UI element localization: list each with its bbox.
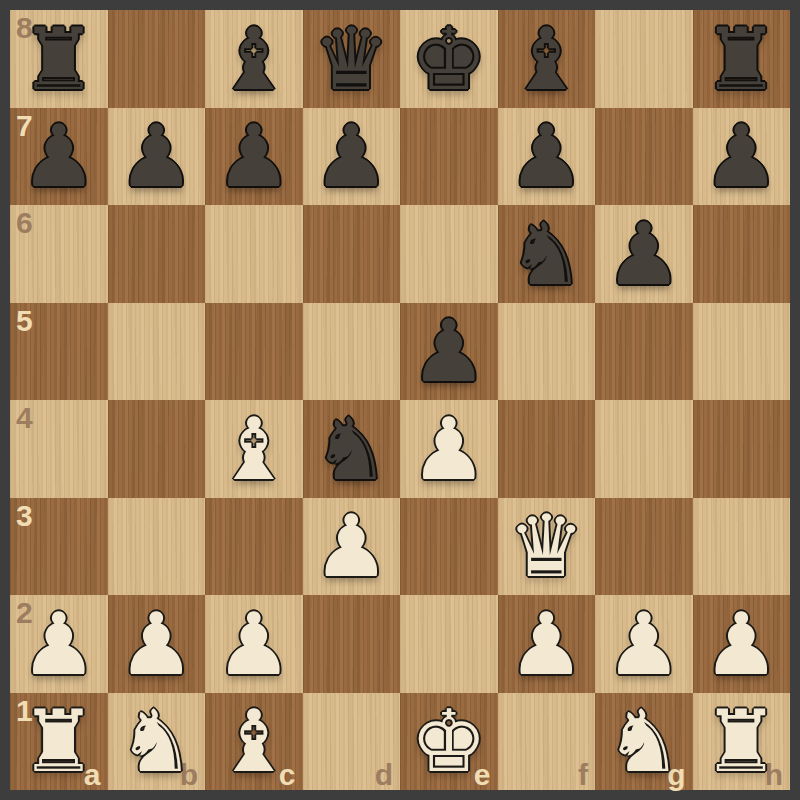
square-g4[interactable]	[595, 400, 693, 498]
black-pawn-piece[interactable]: ♟	[498, 108, 596, 206]
square-b4[interactable]	[108, 400, 206, 498]
square-h4[interactable]	[693, 400, 791, 498]
white-pawn-piece[interactable]: ♟	[595, 595, 693, 693]
square-g1[interactable]: g♞	[595, 693, 693, 791]
white-rook-piece[interactable]: ♜	[693, 693, 791, 791]
square-c6[interactable]	[205, 205, 303, 303]
square-h6[interactable]	[693, 205, 791, 303]
square-c2[interactable]: ♟	[205, 595, 303, 693]
square-f4[interactable]	[498, 400, 596, 498]
square-b5[interactable]	[108, 303, 206, 401]
square-a7[interactable]: 7♟	[10, 108, 108, 206]
black-knight-piece[interactable]: ♞	[303, 400, 401, 498]
file-label-f: f	[578, 759, 588, 791]
white-bishop-piece[interactable]: ♝	[205, 400, 303, 498]
square-g6[interactable]: ♟	[595, 205, 693, 303]
square-e5[interactable]: ♟	[400, 303, 498, 401]
black-knight-piece[interactable]: ♞	[498, 205, 596, 303]
black-king-piece[interactable]: ♚	[400, 10, 498, 108]
black-pawn-piece[interactable]: ♟	[693, 108, 791, 206]
square-g5[interactable]	[595, 303, 693, 401]
square-g7[interactable]	[595, 108, 693, 206]
square-g2[interactable]: ♟	[595, 595, 693, 693]
square-c5[interactable]	[205, 303, 303, 401]
square-e3[interactable]	[400, 498, 498, 596]
square-d7[interactable]: ♟	[303, 108, 401, 206]
board-frame: 8♜♝♛♚♝♜7♟♟♟♟♟♟6♞♟5♟4♝♞♟3♟♛2♟♟♟♟♟♟1a♜b♞c♝…	[0, 0, 800, 800]
square-c4[interactable]: ♝	[205, 400, 303, 498]
chess-board: 8♜♝♛♚♝♜7♟♟♟♟♟♟6♞♟5♟4♝♞♟3♟♛2♟♟♟♟♟♟1a♜b♞c♝…	[10, 10, 790, 790]
file-label-d: d	[375, 759, 393, 791]
square-f1[interactable]: f	[498, 693, 596, 791]
black-pawn-piece[interactable]: ♟	[595, 205, 693, 303]
rank-label-4: 4	[16, 401, 33, 434]
white-queen-piece[interactable]: ♛	[498, 498, 596, 596]
square-b1[interactable]: b♞	[108, 693, 206, 791]
square-d3[interactable]: ♟	[303, 498, 401, 596]
square-f7[interactable]: ♟	[498, 108, 596, 206]
square-e4[interactable]: ♟	[400, 400, 498, 498]
square-d8[interactable]: ♛	[303, 10, 401, 108]
square-f5[interactable]	[498, 303, 596, 401]
square-g3[interactable]	[595, 498, 693, 596]
square-h8[interactable]: ♜	[693, 10, 791, 108]
white-pawn-piece[interactable]: ♟	[400, 400, 498, 498]
black-queen-piece[interactable]: ♛	[303, 10, 401, 108]
rank-label-6: 6	[16, 206, 33, 239]
square-c8[interactable]: ♝	[205, 10, 303, 108]
square-f3[interactable]: ♛	[498, 498, 596, 596]
square-e8[interactable]: ♚	[400, 10, 498, 108]
black-bishop-piece[interactable]: ♝	[498, 10, 596, 108]
square-b6[interactable]	[108, 205, 206, 303]
square-a2[interactable]: 2♟	[10, 595, 108, 693]
white-pawn-piece[interactable]: ♟	[303, 498, 401, 596]
square-d6[interactable]	[303, 205, 401, 303]
black-rook-piece[interactable]: ♜	[10, 10, 108, 108]
black-pawn-piece[interactable]: ♟	[400, 303, 498, 401]
square-a4[interactable]: 4	[10, 400, 108, 498]
rank-label-5: 5	[16, 304, 33, 337]
white-pawn-piece[interactable]: ♟	[108, 595, 206, 693]
black-pawn-piece[interactable]: ♟	[205, 108, 303, 206]
white-pawn-piece[interactable]: ♟	[10, 595, 108, 693]
square-a8[interactable]: 8♜	[10, 10, 108, 108]
square-f6[interactable]: ♞	[498, 205, 596, 303]
square-e1[interactable]: e♚	[400, 693, 498, 791]
white-pawn-piece[interactable]: ♟	[205, 595, 303, 693]
square-h5[interactable]	[693, 303, 791, 401]
square-d1[interactable]: d	[303, 693, 401, 791]
square-d5[interactable]	[303, 303, 401, 401]
square-e7[interactable]	[400, 108, 498, 206]
square-c1[interactable]: c♝	[205, 693, 303, 791]
square-g8[interactable]	[595, 10, 693, 108]
black-pawn-piece[interactable]: ♟	[10, 108, 108, 206]
black-pawn-piece[interactable]: ♟	[108, 108, 206, 206]
square-b3[interactable]	[108, 498, 206, 596]
square-h7[interactable]: ♟	[693, 108, 791, 206]
square-h3[interactable]	[693, 498, 791, 596]
white-pawn-piece[interactable]: ♟	[498, 595, 596, 693]
square-a5[interactable]: 5	[10, 303, 108, 401]
square-f2[interactable]: ♟	[498, 595, 596, 693]
black-rook-piece[interactable]: ♜	[693, 10, 791, 108]
rank-label-3: 3	[16, 499, 33, 532]
square-c3[interactable]	[205, 498, 303, 596]
square-c7[interactable]: ♟	[205, 108, 303, 206]
white-knight-piece[interactable]: ♞	[595, 693, 693, 791]
square-a1[interactable]: 1a♜	[10, 693, 108, 791]
white-bishop-piece[interactable]: ♝	[205, 693, 303, 791]
white-pawn-piece[interactable]: ♟	[693, 595, 791, 693]
square-b2[interactable]: ♟	[108, 595, 206, 693]
white-king-piece[interactable]: ♚	[400, 693, 498, 791]
square-a6[interactable]: 6	[10, 205, 108, 303]
square-f8[interactable]: ♝	[498, 10, 596, 108]
square-d2[interactable]	[303, 595, 401, 693]
square-d4[interactable]: ♞	[303, 400, 401, 498]
black-pawn-piece[interactable]: ♟	[303, 108, 401, 206]
square-h1[interactable]: h♜	[693, 693, 791, 791]
white-knight-piece[interactable]: ♞	[108, 693, 206, 791]
square-a3[interactable]: 3	[10, 498, 108, 596]
square-b7[interactable]: ♟	[108, 108, 206, 206]
square-h2[interactable]: ♟	[693, 595, 791, 693]
white-rook-piece[interactable]: ♜	[10, 693, 108, 791]
square-e6[interactable]	[400, 205, 498, 303]
black-bishop-piece[interactable]: ♝	[205, 10, 303, 108]
square-e2[interactable]	[400, 595, 498, 693]
square-b8[interactable]	[108, 10, 206, 108]
